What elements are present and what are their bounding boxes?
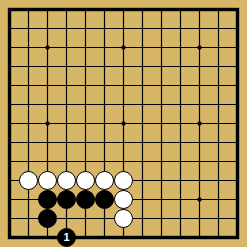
move-number-label: 1 [63, 232, 69, 243]
white-stone [38, 171, 57, 190]
white-stone [19, 171, 38, 190]
white-stone [114, 171, 133, 190]
black-stone [95, 190, 114, 209]
white-stone [114, 209, 133, 228]
black-stone [38, 190, 57, 209]
white-stone [57, 171, 76, 190]
go-board[interactable]: 1 [0, 0, 247, 247]
black-stone [57, 190, 76, 209]
black-stone [76, 190, 95, 209]
black-stone [38, 209, 57, 228]
white-stone [114, 190, 133, 209]
go-diagram: 1 [0, 0, 247, 247]
white-stone [95, 171, 114, 190]
white-stone [76, 171, 95, 190]
black-stone: 1 [57, 228, 76, 247]
stones-layer: 1 [0, 0, 247, 247]
